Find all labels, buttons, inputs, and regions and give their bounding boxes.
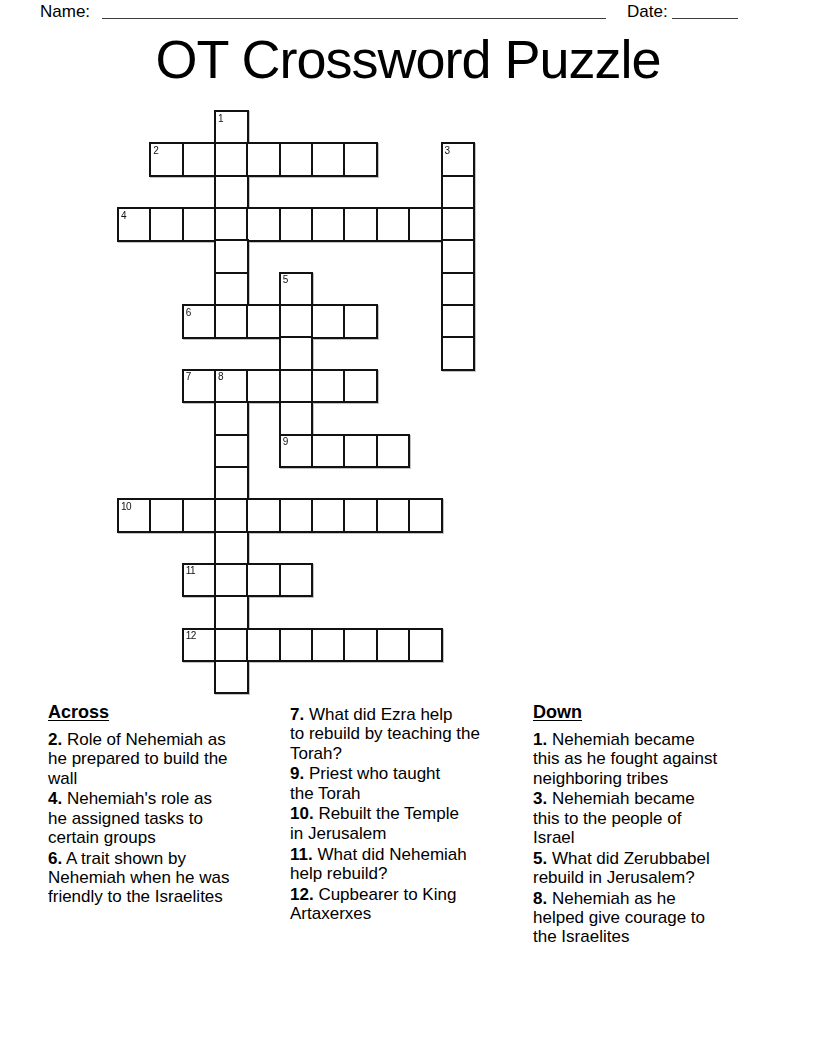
cell-number-1: 1: [218, 114, 223, 124]
grid-cell-r17c4[interactable]: [214, 628, 249, 663]
grid-cell-r13c6[interactable]: [279, 498, 314, 533]
clue-number: 9.: [290, 764, 304, 783]
grid-cell-r13c8[interactable]: [343, 498, 378, 533]
grid-cell-r9c7[interactable]: [311, 369, 346, 404]
grid-cell-r4c5[interactable]: [246, 207, 281, 242]
grid-cell-r6c11[interactable]: [441, 272, 476, 307]
cell-number-12: 12: [186, 631, 196, 641]
clue-text: Rebuilt the Temple in Jerusalem: [290, 804, 459, 842]
grid-cell-r15c4[interactable]: [214, 563, 249, 598]
page-title: OT Crossword Puzzle: [0, 29, 816, 89]
clue-number: 10.: [290, 804, 314, 823]
clue-across-7: 7. What did Ezra help to rebuild by teac…: [290, 705, 536, 763]
grid-cell-r2c4[interactable]: [214, 142, 249, 177]
grid-cell-r13c9[interactable]: [376, 498, 411, 533]
grid-cell-r17c8[interactable]: [343, 628, 378, 663]
clue-text: Nehemiah became this as he fought agains…: [533, 730, 717, 788]
clue-number: 11.: [290, 845, 313, 864]
grid-cell-r11c8[interactable]: [343, 434, 378, 469]
grid-cell-r11c9[interactable]: [376, 434, 411, 469]
clue-across-12: 12. Cupbearer to King Artaxerxes: [290, 885, 536, 924]
name-fill-line[interactable]: [102, 2, 606, 19]
grid-cell-r8c6[interactable]: [279, 336, 314, 371]
grid-cell-r17c9[interactable]: [376, 628, 411, 663]
crossword-grid: 123456789101112: [117, 110, 476, 695]
cell-number-3: 3: [445, 146, 450, 156]
grid-cell-r8c11[interactable]: [441, 336, 476, 371]
clue-across-10: 10. Rebuilt the Temple in Jerusalem: [290, 804, 536, 843]
grid-cell-r2c7[interactable]: [311, 142, 346, 177]
clue-down-3: 3. Nehemiah became this to the people of…: [533, 789, 773, 847]
grid-cell-r17c6[interactable]: [279, 628, 314, 663]
grid-cell-r4c6[interactable]: [279, 207, 314, 242]
clue-number: 6.: [48, 849, 62, 868]
clue-text: What did Ezra help to rebuild by teachin…: [290, 705, 480, 763]
clue-text: Role of Nehemiah as he prepared to build…: [48, 730, 228, 788]
clue-text: Priest who taught the Torah: [290, 764, 440, 802]
grid-cell-r7c5[interactable]: [246, 304, 281, 339]
grid-cell-r4c2[interactable]: [149, 207, 184, 242]
across-clues-column: Across 2. Role of Nehemiah as he prepare…: [48, 702, 288, 908]
grid-cell-r11c4[interactable]: [214, 434, 249, 469]
down-clues-column: Down 1. Nehemiah became this as he fough…: [533, 702, 773, 948]
grid-cell-r16c4[interactable]: [214, 595, 249, 630]
grid-cell-r13c10[interactable]: [408, 498, 443, 533]
clue-text: Nehemiah as he helped give courage to th…: [533, 889, 705, 947]
grid-cell-r7c4[interactable]: [214, 304, 249, 339]
grid-cell-r18c4[interactable]: [214, 660, 249, 695]
grid-cell-r2c6[interactable]: [279, 142, 314, 177]
clue-number: 7.: [290, 705, 304, 724]
grid-cell-r13c7[interactable]: [311, 498, 346, 533]
clue-number: 4.: [48, 789, 62, 808]
cell-number-7: 7: [186, 372, 191, 382]
grid-cell-r17c10[interactable]: [408, 628, 443, 663]
grid-cell-r2c8[interactable]: [343, 142, 378, 177]
clue-down-8: 8. Nehemiah as he helped give courage to…: [533, 889, 773, 947]
grid-cell-r11c7[interactable]: [311, 434, 346, 469]
grid-cell-r6c4[interactable]: [214, 272, 249, 307]
grid-cell-r13c2[interactable]: [149, 498, 184, 533]
grid-cell-r17c7[interactable]: [311, 628, 346, 663]
cell-number-11: 11: [186, 566, 195, 576]
grid-cell-r4c3[interactable]: [182, 207, 217, 242]
date-fill-line[interactable]: [672, 2, 738, 19]
grid-cell-r15c6[interactable]: [279, 563, 314, 598]
clue-number: 5.: [533, 849, 547, 868]
grid-cell-r3c4[interactable]: [214, 175, 249, 210]
worksheet-page: { "game": "crossword", "title": "OT Cros…: [0, 0, 816, 1056]
cell-number-10: 10: [121, 502, 131, 512]
clue-text: Nehemiah's role as he assigned tasks to …: [48, 789, 212, 847]
grid-cell-r7c6[interactable]: [279, 304, 314, 339]
grid-cell-r10c6[interactable]: [279, 401, 314, 436]
grid-cell-r13c3[interactable]: [182, 498, 217, 533]
grid-cell-r7c7[interactable]: [311, 304, 346, 339]
grid-cell-r3c11[interactable]: [441, 175, 476, 210]
clue-down-5: 5. What did Zerubbabel rebuild in Jerusa…: [533, 849, 773, 888]
grid-cell-r14c4[interactable]: [214, 531, 249, 566]
cell-number-2: 2: [153, 146, 158, 156]
clue-across-9: 9. Priest who taught the Torah: [290, 764, 536, 803]
clue-number: 12.: [290, 885, 314, 904]
cell-number-6: 6: [186, 308, 191, 318]
grid-cell-r9c8[interactable]: [343, 369, 378, 404]
grid-cell-r7c8[interactable]: [343, 304, 378, 339]
date-label: Date:: [627, 2, 668, 22]
grid-cell-r9c6[interactable]: [279, 369, 314, 404]
grid-cell-r4c10[interactable]: [408, 207, 443, 242]
clue-text: What did Nehemiah help rebuild?: [290, 845, 467, 883]
across-clues-column-continued: 7. What did Ezra help to rebuild by teac…: [290, 702, 536, 925]
grid-cell-r5c4[interactable]: [214, 239, 249, 274]
clue-down-1: 1. Nehemiah became this as he fought aga…: [533, 730, 773, 788]
clue-across-6: 6. A trait shown by Nehemiah when he was…: [48, 849, 288, 907]
grid-cell-r13c5[interactable]: [246, 498, 281, 533]
clue-text: Cupbearer to King Artaxerxes: [290, 885, 456, 923]
clue-across-11: 11. What did Nehemiah help rebuild?: [290, 845, 536, 884]
grid-cell-r4c4[interactable]: [214, 207, 249, 242]
grid-cell-r10c4[interactable]: [214, 401, 249, 436]
grid-cell-r7c11[interactable]: [441, 304, 476, 339]
grid-cell-r2c3[interactable]: [182, 142, 217, 177]
grid-cell-r4c7[interactable]: [311, 207, 346, 242]
grid-cell-r17c5[interactable]: [246, 628, 281, 663]
cell-number-9: 9: [283, 437, 288, 447]
down-heading: Down: [533, 702, 773, 723]
grid-cell-r2c5[interactable]: [246, 142, 281, 177]
clue-number: 8.: [533, 889, 547, 908]
grid-cell-r5c11[interactable]: [441, 239, 476, 274]
across-heading: Across: [48, 702, 288, 723]
grid-cell-r4c11[interactable]: [441, 207, 476, 242]
clue-text: A trait shown by Nehemiah when he was fr…: [48, 849, 229, 907]
name-label: Name:: [40, 2, 90, 22]
clue-number: 3.: [533, 789, 547, 808]
cell-number-8: 8: [218, 372, 223, 382]
clue-across-2: 2. Role of Nehemiah as he prepared to bu…: [48, 730, 288, 788]
grid-cell-r4c8[interactable]: [343, 207, 378, 242]
grid-cell-r15c5[interactable]: [246, 563, 281, 598]
grid-cell-r13c4[interactable]: [214, 498, 249, 533]
clue-number: 1.: [533, 730, 547, 749]
grid-cell-r4c9[interactable]: [376, 207, 411, 242]
cell-number-4: 4: [121, 211, 126, 221]
grid-cell-r9c5[interactable]: [246, 369, 281, 404]
clue-text: Nehemiah became this to the people of Is…: [533, 789, 695, 847]
clue-number: 2.: [48, 730, 62, 749]
clue-text: What did Zerubbabel rebuild in Jerusalem…: [533, 849, 710, 887]
grid-cell-r12c4[interactable]: [214, 466, 249, 501]
cell-number-5: 5: [283, 275, 288, 285]
clue-across-4: 4. Nehemiah's role as he assigned tasks …: [48, 789, 288, 847]
